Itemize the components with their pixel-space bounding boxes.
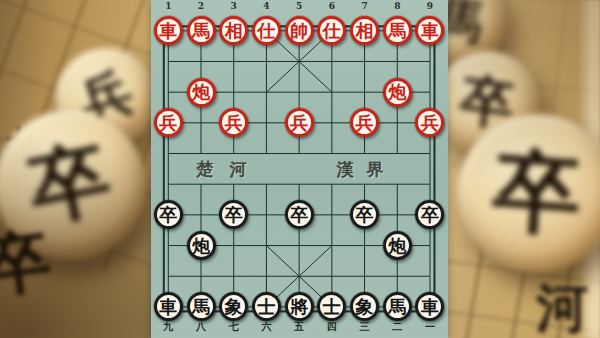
file-label-bottom-8: 二 [389,320,405,334]
black-piece-炮-file2-rank8[interactable]: 炮 [187,231,216,260]
file-label-bottom-4: 六 [258,320,274,334]
xiangqi-board[interactable]: 123456789 九八七六五四三二一 楚河漢界 車馬相仕帥仕相馬車炮炮兵兵兵兵… [151,0,448,338]
river-char-4: 界 [364,158,386,180]
red-piece-車-file1-rank1[interactable]: 車 [154,16,183,45]
red-piece-炮-file8-rank3[interactable]: 炮 [383,78,412,107]
file-label-bottom-7: 三 [357,320,373,334]
black-piece-馬-file8-rank10[interactable]: 馬 [383,292,412,321]
file-label-top-2: 2 [194,0,208,12]
file-label-top-9: 9 [423,0,437,12]
river-char-2: 河 [227,158,249,180]
file-label-top-7: 7 [358,0,372,12]
file-label-bottom-1: 九 [160,320,176,334]
red-piece-炮-file2-rank3[interactable]: 炮 [187,78,216,107]
file-label-bottom-3: 七 [226,320,242,334]
river-char-3: 漢 [334,158,356,180]
red-piece-仕-file4-rank1[interactable]: 仕 [252,16,281,45]
red-piece-兵-file1-rank4[interactable]: 兵 [154,108,183,137]
file-label-top-4: 4 [259,0,273,12]
file-label-bottom-5: 五 [291,320,307,334]
background-piece-glyph: 卒 [489,131,585,256]
file-label-bottom-2: 八 [193,320,209,334]
file-label-top-1: 1 [161,0,175,12]
red-piece-帥-file5-rank1[interactable]: 帥 [285,16,314,45]
black-piece-卒-file5-rank7[interactable]: 卒 [285,200,314,229]
red-piece-馬-file8-rank1[interactable]: 馬 [383,16,412,45]
black-piece-將-file5-rank10[interactable]: 將 [285,292,314,321]
red-piece-馬-file2-rank1[interactable]: 馬 [187,16,216,45]
black-piece-馬-file2-rank10[interactable]: 馬 [187,292,216,321]
red-piece-兵-file5-rank4[interactable]: 兵 [285,108,314,137]
file-label-bottom-6: 四 [324,320,340,334]
file-label-top-8: 8 [390,0,404,12]
black-piece-卒-file1-rank7[interactable]: 卒 [154,200,183,229]
file-label-top-6: 6 [325,0,339,12]
screenshot-root: 兵卒卒馬卒卒河 123456789 九八七六五四三二一 楚河漢界 車馬相仕帥仕相… [0,0,600,338]
river-char-1: 楚 [194,158,216,180]
background-ink-glyph: 河 [536,274,588,338]
black-piece-車-file1-rank10[interactable]: 車 [154,292,183,321]
file-label-top-5: 5 [292,0,306,12]
file-label-top-3: 3 [227,0,241,12]
file-label-bottom-9: 一 [422,320,438,334]
black-piece-炮-file8-rank8[interactable]: 炮 [383,231,412,260]
